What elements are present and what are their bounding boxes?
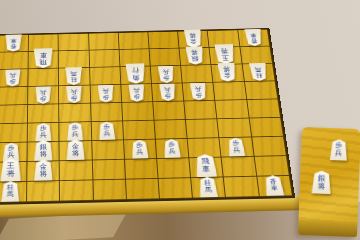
piece-kanji: 歩 [9, 78, 16, 84]
board-square[interactable] [252, 137, 287, 157]
piece-lance[interactable]: 香車 [264, 175, 285, 196]
board-square[interactable]: 香車 [257, 176, 293, 197]
board-square[interactable] [89, 33, 120, 51]
piece-kanji: 歩 [71, 94, 78, 100]
board-square[interactable] [184, 101, 217, 120]
piece-face-gold-general: 金将 [184, 30, 203, 48]
piece-kanji: 歩 [133, 93, 140, 99]
piece-kanji: 将 [189, 32, 196, 38]
piece-pawn[interactable]: 歩兵 [128, 84, 145, 102]
board-square[interactable] [91, 103, 123, 122]
piece-face-knight: 桂馬 [198, 177, 218, 198]
piece-face-king: 玉将 [215, 44, 237, 64]
board-square[interactable]: 飛車 [29, 51, 60, 69]
piece-face-pawn: 歩兵 [227, 138, 246, 157]
piece-face-pawn: 歩兵 [67, 122, 84, 140]
board-square[interactable]: 角行 [120, 66, 152, 84]
piece-face-lance: 香車 [264, 175, 285, 196]
board-square[interactable] [249, 118, 283, 138]
piece-face-knight: 桂馬 [1, 181, 19, 202]
piece-kanji: 車 [249, 32, 256, 38]
piece-kanji: 兵 [104, 131, 111, 138]
board-square[interactable]: 香車 [0, 35, 29, 53]
piece-bishop[interactable]: 角行 [125, 63, 146, 83]
piece-pawn[interactable]: 歩兵 [67, 122, 84, 140]
piece-kanji: 車 [202, 165, 211, 173]
piece-kanji: 金 [190, 38, 197, 44]
board-square[interactable] [181, 65, 213, 83]
board-square[interactable] [126, 179, 160, 200]
piece-kanji: 玉 [222, 54, 230, 61]
piece-kanji: 兵 [133, 87, 140, 93]
piece-pawn[interactable]: 歩兵 [5, 69, 21, 86]
piece-kanji: 歩 [195, 91, 202, 97]
piece-face-silver-general: 銀将 [185, 46, 204, 64]
piece-pawn[interactable]: 歩兵 [158, 66, 175, 83]
board-square[interactable] [222, 157, 257, 178]
piece-pawn[interactable]: 歩兵 [97, 85, 114, 103]
piece-knight[interactable]: 桂馬 [249, 63, 268, 81]
board-square[interactable] [90, 67, 121, 85]
board-square[interactable] [186, 119, 220, 139]
piece-gold-general[interactable]: 金将 [218, 63, 238, 82]
piece-face-rook: 飛車 [34, 48, 53, 68]
piece-face-king: 王将 [0, 158, 21, 181]
board-square[interactable] [159, 178, 194, 199]
piece-face-knight: 桂馬 [66, 67, 83, 85]
piece-kanji: 兵 [71, 88, 78, 94]
board-square[interactable]: 金将 [27, 161, 60, 182]
piece-kanji: 兵 [10, 72, 17, 78]
piece-lance[interactable]: 香車 [5, 34, 22, 51]
piece-pawn[interactable]: 歩兵 [35, 86, 51, 104]
piece-face-rook: 飛車 [195, 154, 218, 177]
piece-kanji: 兵 [136, 149, 143, 156]
piece-face-gold-general: 金将 [66, 139, 85, 160]
piece-kanji: 歩 [163, 74, 170, 80]
piece-kanji: 歩 [164, 92, 171, 98]
piece-face-bishop: 角行 [125, 63, 146, 83]
piece-kanji: 飛 [40, 58, 47, 65]
board-square[interactable]: 歩兵 [0, 69, 29, 87]
board-square[interactable]: 歩兵 [124, 140, 157, 160]
piece-face-gold-general: 金将 [34, 160, 53, 181]
piece-kanji: 将 [221, 47, 229, 54]
piece-face-pawn: 歩兵 [330, 139, 348, 161]
piece-kanji: 兵 [164, 86, 171, 92]
piece-gold-general[interactable]: 金将 [184, 30, 203, 48]
board-square[interactable]: 歩兵 [59, 85, 90, 104]
piece-silver-general[interactable]: 銀将 [185, 46, 204, 64]
piece-face-knight: 桂馬 [249, 63, 268, 81]
piece-pawn[interactable]: 歩兵 [190, 83, 208, 101]
piece-kanji: 車 [10, 37, 16, 43]
board-square[interactable]: 金将 [212, 64, 245, 82]
board-square[interactable] [27, 181, 60, 202]
board-square[interactable] [244, 81, 278, 100]
piece-face-lance: 香車 [244, 29, 263, 46]
piece-kanji: 車 [40, 51, 47, 58]
piece-face-pawn: 歩兵 [158, 66, 175, 83]
board-square[interactable]: 王将 [0, 162, 28, 183]
board-square[interactable]: 銀将 [180, 48, 212, 66]
piece-kanji: 兵 [162, 68, 169, 74]
board-square[interactable] [93, 180, 127, 201]
board-square[interactable] [224, 177, 259, 198]
piece-kanji: 馬 [254, 66, 261, 72]
board-square[interactable] [60, 104, 92, 123]
piece-kanji: 将 [7, 170, 15, 178]
piece-pawn[interactable]: 歩兵 [131, 140, 149, 159]
board-square[interactable]: 歩兵 [28, 86, 59, 105]
piece-kanji: 兵 [233, 147, 241, 154]
piece-rook[interactable]: 飛車 [34, 48, 53, 68]
piece-face-pawn: 歩兵 [190, 83, 208, 101]
piece-kanji: 金 [224, 72, 232, 79]
piece-kanji: 将 [40, 170, 47, 177]
piece-knight[interactable]: 桂馬 [1, 181, 19, 202]
board-square[interactable] [28, 68, 59, 86]
board-square[interactable] [214, 82, 247, 101]
piece-kanji: 馬 [71, 70, 78, 76]
piece-pawn[interactable]: 歩兵 [330, 139, 348, 161]
piece-kanji: 兵 [40, 89, 47, 95]
board-square[interactable]: 桂馬 [242, 64, 275, 82]
piece-pawn[interactable]: 歩兵 [163, 139, 181, 158]
board-square[interactable] [216, 100, 250, 119]
board-square[interactable] [148, 32, 179, 50]
board-square[interactable] [123, 121, 156, 141]
piece-face-pawn: 歩兵 [128, 84, 145, 102]
board-square[interactable] [28, 104, 60, 123]
board-square[interactable] [0, 52, 29, 70]
board-square[interactable]: 金将 [60, 141, 93, 161]
piece-face-gold-general: 金将 [218, 63, 238, 82]
piece-pawn[interactable]: 歩兵 [35, 123, 51, 141]
piece-pawn[interactable]: 歩兵 [98, 122, 115, 140]
piece-kanji: 馬 [205, 187, 213, 194]
captured-piece-stand: 歩兵銀将 [298, 127, 360, 237]
piece-kanji: 将 [223, 66, 231, 73]
board-square[interactable] [153, 101, 186, 120]
board-square[interactable] [0, 87, 28, 106]
board-square[interactable] [122, 102, 155, 121]
board-square[interactable] [157, 158, 191, 179]
piece-gold-general[interactable]: 金将 [34, 160, 53, 181]
piece-kanji: 角 [132, 73, 140, 80]
piece-face-pawn: 歩兵 [159, 84, 176, 102]
piece-kanji: 兵 [102, 87, 109, 93]
shogi-board-wrap: 香車金将香車飛車銀将玉将歩兵桂馬角行歩兵金将桂馬歩兵歩兵歩兵歩兵歩兵歩兵歩兵歩兵… [0, 28, 295, 203]
board-square[interactable]: 歩兵 [183, 83, 216, 102]
piece-face-pawn: 歩兵 [131, 140, 149, 159]
piece-face-pawn: 歩兵 [35, 123, 51, 141]
shogi-photo-scene: { "game": "shogi", "scene": { "descripti… [0, 0, 360, 240]
piece-pawn[interactable]: 歩兵 [227, 138, 246, 157]
piece-silver-general[interactable]: 銀将 [312, 170, 332, 194]
board-square[interactable]: 飛車 [189, 158, 224, 179]
board-square[interactable] [240, 46, 273, 64]
board-square[interactable] [149, 48, 181, 66]
piece-knight[interactable]: 桂馬 [66, 67, 83, 85]
piece-face-silver-general: 銀将 [34, 140, 53, 161]
piece-kanji: 歩 [102, 94, 109, 100]
board-square[interactable]: 桂馬 [0, 182, 27, 203]
board-square[interactable]: 桂馬 [191, 177, 226, 198]
piece-kanji: 兵 [169, 148, 176, 155]
board-square[interactable] [89, 50, 120, 68]
board-square[interactable] [154, 120, 187, 140]
piece-kanji: 将 [191, 49, 198, 55]
board-square[interactable] [118, 32, 149, 50]
piece-face-pawn: 歩兵 [5, 69, 21, 86]
piece-stand-front-edge [298, 220, 358, 237]
piece-face-pawn: 歩兵 [66, 86, 82, 104]
piece-face-lance: 香車 [5, 34, 22, 51]
board-square[interactable]: 歩兵 [152, 83, 184, 102]
piece-face-pawn: 歩兵 [97, 85, 114, 103]
board-square[interactable] [125, 159, 159, 180]
board-square[interactable] [254, 156, 289, 177]
piece-kanji: 車 [271, 185, 279, 192]
piece-silver-general[interactable]: 銀将 [34, 140, 53, 161]
board-square[interactable]: 桂馬 [59, 68, 90, 86]
piece-king[interactable]: 玉将 [215, 44, 237, 64]
piece-kanji: 将 [72, 150, 79, 157]
piece-face-pawn: 歩兵 [98, 122, 115, 140]
piece-kanji: 兵 [40, 132, 47, 139]
board-square[interactable]: 歩兵 [156, 139, 190, 159]
piece-pawn[interactable]: 歩兵 [66, 86, 82, 104]
piece-kanji: 将 [40, 150, 47, 157]
piece-knight[interactable]: 桂馬 [198, 177, 218, 198]
board-square[interactable] [59, 34, 89, 52]
board-square[interactable]: 歩兵 [220, 137, 254, 157]
piece-lance[interactable]: 香車 [244, 29, 263, 46]
board-square[interactable]: 歩兵 [121, 84, 153, 103]
piece-kanji: 兵 [195, 85, 202, 91]
piece-gold-general[interactable]: 金将 [66, 139, 85, 160]
board-square[interactable]: 歩兵 [90, 85, 122, 104]
piece-pawn[interactable]: 歩兵 [159, 84, 176, 102]
piece-kanji: 銀 [192, 55, 199, 61]
piece-kanji: 馬 [7, 191, 14, 198]
board-square[interactable] [92, 140, 125, 160]
piece-face-silver-general: 銀将 [312, 170, 332, 194]
piece-rook[interactable]: 飛車 [195, 154, 218, 177]
board-square[interactable] [0, 105, 28, 124]
board-square[interactable] [218, 118, 252, 138]
piece-face-pawn: 歩兵 [163, 139, 181, 158]
board-square[interactable] [60, 180, 93, 201]
piece-face-pawn: 歩兵 [35, 86, 51, 104]
board-square[interactable] [60, 160, 93, 181]
board-square[interactable] [59, 51, 90, 69]
piece-kanji: 兵 [335, 150, 342, 158]
board-square[interactable]: 歩兵 [91, 121, 124, 141]
board-square[interactable]: 歩兵 [151, 66, 183, 84]
piece-kanji: 歩 [40, 95, 47, 101]
shogi-board: 香車金将香車飛車銀将玉将歩兵桂馬角行歩兵金将桂馬歩兵歩兵歩兵歩兵歩兵歩兵歩兵歩兵… [0, 28, 295, 205]
board-square[interactable] [92, 160, 125, 181]
board-square[interactable]: 香車 [238, 30, 270, 48]
piece-kanji: 行 [131, 67, 139, 74]
piece-kanji: 兵 [72, 131, 79, 138]
board-square[interactable] [0, 123, 28, 143]
piece-kanji: 将 [317, 182, 325, 190]
piece-king[interactable]: 王将 [0, 158, 21, 181]
board-square[interactable] [247, 99, 281, 118]
